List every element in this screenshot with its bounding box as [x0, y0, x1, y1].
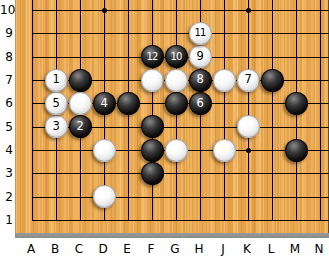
board-edge-shadow	[15, 233, 329, 238]
col-label-E: E	[119, 241, 135, 257]
star-point-K4	[246, 148, 251, 153]
move-number: 9	[197, 51, 204, 63]
stone-F7-white[interactable]	[141, 69, 164, 92]
stone-E6-black[interactable]	[117, 92, 140, 115]
stone-H7-black[interactable]: 8	[189, 69, 212, 92]
stone-C7-black[interactable]	[69, 69, 92, 92]
stone-K5-white[interactable]	[237, 115, 260, 138]
stone-F8-black[interactable]: 12	[141, 45, 164, 68]
col-label-D: D	[95, 241, 111, 257]
move-number: 10	[170, 52, 181, 62]
stone-H8-white[interactable]: 9	[189, 45, 212, 68]
row-label-6: 6	[0, 95, 13, 111]
move-number: 7	[245, 74, 252, 86]
stone-J4-white[interactable]	[213, 139, 236, 162]
stone-C5-black[interactable]: 2	[69, 115, 92, 138]
grid-line-row-2	[32, 197, 329, 198]
stone-F3-black[interactable]	[141, 162, 164, 185]
col-label-J: J	[215, 241, 231, 257]
move-number: 2	[77, 121, 84, 133]
stone-G8-black[interactable]: 10	[165, 45, 188, 68]
stone-G7-white[interactable]	[165, 69, 188, 92]
move-number: 8	[197, 74, 204, 86]
col-label-B: B	[47, 241, 63, 257]
move-number: 1	[53, 74, 60, 86]
row-label-4: 4	[0, 142, 13, 158]
row-label-1: 1	[0, 212, 13, 228]
col-label-N: N	[311, 241, 327, 257]
stone-D2-white[interactable]	[93, 185, 116, 208]
move-number: 12	[146, 52, 157, 62]
stone-B5-white[interactable]: 3	[45, 115, 68, 138]
col-label-C: C	[71, 241, 87, 257]
col-label-L: L	[263, 241, 279, 257]
stone-D4-white[interactable]	[93, 139, 116, 162]
grid-line-row-10	[32, 10, 329, 11]
col-label-K: K	[239, 241, 255, 257]
stone-H6-black[interactable]: 6	[189, 92, 212, 115]
row-label-10: 10	[0, 2, 13, 18]
move-number: 11	[194, 28, 205, 38]
move-number: 6	[197, 98, 204, 110]
grid-line-row-3	[32, 173, 329, 174]
stone-B7-white[interactable]: 1	[45, 69, 68, 92]
stone-B6-white[interactable]: 5	[45, 92, 68, 115]
goban[interactable]: 123456789101112	[15, 0, 329, 233]
star-point-K10	[246, 8, 251, 13]
col-label-F: F	[143, 241, 159, 257]
stone-M6-black[interactable]	[285, 92, 308, 115]
stone-J7-white[interactable]	[213, 69, 236, 92]
stone-M4-black[interactable]	[285, 139, 308, 162]
row-label-5: 5	[0, 119, 13, 135]
move-number: 3	[53, 121, 60, 133]
stone-F5-black[interactable]	[141, 115, 164, 138]
row-label-3: 3	[0, 165, 13, 181]
move-number: 5	[53, 98, 60, 110]
col-label-H: H	[191, 241, 207, 257]
stone-L7-black[interactable]	[261, 69, 284, 92]
stone-C6-white[interactable]	[69, 92, 92, 115]
row-label-8: 8	[0, 49, 13, 65]
stone-D6-black[interactable]: 4	[93, 92, 116, 115]
row-label-7: 7	[0, 72, 13, 88]
go-diagram: 123456789101112 10987654321ABCDEFGHJKLMN	[0, 0, 329, 260]
stone-F4-black[interactable]	[141, 139, 164, 162]
stone-G4-white[interactable]	[165, 139, 188, 162]
stone-K7-white[interactable]: 7	[237, 69, 260, 92]
move-number: 4	[101, 98, 108, 110]
col-label-G: G	[167, 241, 183, 257]
star-point-D10	[102, 8, 107, 13]
grid-line-row-1	[32, 220, 329, 221]
row-label-9: 9	[0, 25, 13, 41]
col-label-A: A	[23, 241, 39, 257]
row-label-2: 2	[0, 189, 13, 205]
col-label-M: M	[287, 241, 303, 257]
stone-H9-white[interactable]: 11	[189, 22, 212, 45]
stone-G6-black[interactable]	[165, 92, 188, 115]
grid-line-row-9	[32, 33, 329, 34]
